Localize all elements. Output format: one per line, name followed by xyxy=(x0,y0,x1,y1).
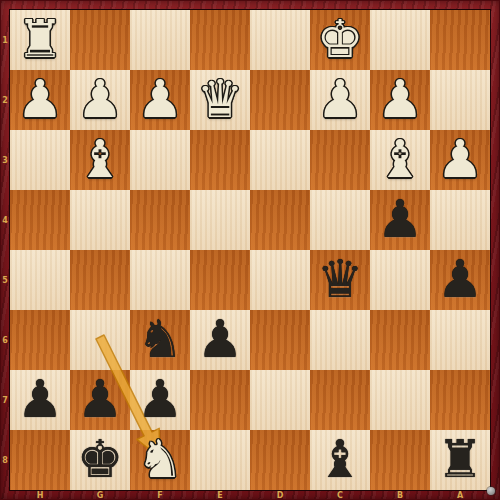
white-pawn[interactable]: ♟ xyxy=(310,70,370,130)
square-a2[interactable] xyxy=(430,70,490,130)
square-e8[interactable] xyxy=(190,430,250,490)
white-knight[interactable]: ♞ xyxy=(130,430,190,490)
square-b6[interactable] xyxy=(370,310,430,370)
black-king[interactable]: ♚ xyxy=(70,430,130,490)
square-e5[interactable] xyxy=(190,250,250,310)
square-d6[interactable] xyxy=(250,310,310,370)
white-pawn[interactable]: ♟ xyxy=(430,130,490,190)
square-b2[interactable]: ♟ xyxy=(370,70,430,130)
square-c4[interactable] xyxy=(310,190,370,250)
square-c2[interactable]: ♟ xyxy=(310,70,370,130)
square-b3[interactable]: ♝ xyxy=(370,130,430,190)
square-e6[interactable]: ♟ xyxy=(190,310,250,370)
square-h6[interactable] xyxy=(10,310,70,370)
square-d3[interactable] xyxy=(250,130,310,190)
square-a6[interactable] xyxy=(430,310,490,370)
square-a8[interactable]: ♜ xyxy=(430,430,490,490)
rank-label-3: 3 xyxy=(0,130,10,190)
square-g7[interactable]: ♟ xyxy=(70,370,130,430)
black-pawn[interactable]: ♟ xyxy=(430,250,490,310)
square-a1[interactable] xyxy=(430,10,490,70)
square-c6[interactable] xyxy=(310,310,370,370)
square-c1[interactable]: ♚ xyxy=(310,10,370,70)
square-g2[interactable]: ♟ xyxy=(70,70,130,130)
square-b8[interactable] xyxy=(370,430,430,490)
black-pawn[interactable]: ♟ xyxy=(10,370,70,430)
white-pawn[interactable]: ♟ xyxy=(130,70,190,130)
square-f3[interactable] xyxy=(130,130,190,190)
square-f2[interactable]: ♟ xyxy=(130,70,190,130)
square-d2[interactable] xyxy=(250,70,310,130)
black-pawn[interactable]: ♟ xyxy=(190,310,250,370)
black-pawn[interactable]: ♟ xyxy=(130,370,190,430)
black-rook[interactable]: ♜ xyxy=(430,430,490,490)
square-b4[interactable]: ♟ xyxy=(370,190,430,250)
square-a7[interactable] xyxy=(430,370,490,430)
black-pawn[interactable]: ♟ xyxy=(70,370,130,430)
square-d8[interactable] xyxy=(250,430,310,490)
square-e3[interactable] xyxy=(190,130,250,190)
white-pawn[interactable]: ♟ xyxy=(10,70,70,130)
rank-label-6: 6 xyxy=(0,310,10,370)
black-pawn[interactable]: ♟ xyxy=(370,190,430,250)
file-label-h: H xyxy=(10,490,70,500)
square-h2[interactable]: ♟ xyxy=(10,70,70,130)
file-label-a: A xyxy=(430,490,490,500)
square-d5[interactable] xyxy=(250,250,310,310)
square-e7[interactable] xyxy=(190,370,250,430)
white-king[interactable]: ♚ xyxy=(310,10,370,70)
rank-label-1: 1 xyxy=(0,10,10,70)
square-b7[interactable] xyxy=(370,370,430,430)
chess-app: ♜♚♟♟♟♛♟♟♝♝♟♟♛♟♞♟♟♟♟♚♞♝♜ 12345678HGFEDCBA xyxy=(0,0,500,500)
square-b5[interactable] xyxy=(370,250,430,310)
square-g1[interactable] xyxy=(70,10,130,70)
square-c7[interactable] xyxy=(310,370,370,430)
rank-label-2: 2 xyxy=(0,70,10,130)
square-c3[interactable] xyxy=(310,130,370,190)
file-label-c: C xyxy=(310,490,370,500)
file-label-e: E xyxy=(190,490,250,500)
white-queen[interactable]: ♛ xyxy=(190,70,250,130)
square-h5[interactable] xyxy=(10,250,70,310)
square-c8[interactable]: ♝ xyxy=(310,430,370,490)
square-h3[interactable] xyxy=(10,130,70,190)
square-g6[interactable] xyxy=(70,310,130,370)
square-f6[interactable]: ♞ xyxy=(130,310,190,370)
white-pawn[interactable]: ♟ xyxy=(370,70,430,130)
square-g3[interactable]: ♝ xyxy=(70,130,130,190)
square-g4[interactable] xyxy=(70,190,130,250)
file-label-d: D xyxy=(250,490,310,500)
square-e1[interactable] xyxy=(190,10,250,70)
square-g8[interactable]: ♚ xyxy=(70,430,130,490)
square-g5[interactable] xyxy=(70,250,130,310)
white-bishop[interactable]: ♝ xyxy=(70,130,130,190)
rank-label-7: 7 xyxy=(0,370,10,430)
square-f7[interactable]: ♟ xyxy=(130,370,190,430)
file-label-f: F xyxy=(130,490,190,500)
black-knight[interactable]: ♞ xyxy=(130,310,190,370)
square-e2[interactable]: ♛ xyxy=(190,70,250,130)
black-bishop[interactable]: ♝ xyxy=(310,430,370,490)
square-h4[interactable] xyxy=(10,190,70,250)
square-f5[interactable] xyxy=(130,250,190,310)
square-h8[interactable] xyxy=(10,430,70,490)
square-e4[interactable] xyxy=(190,190,250,250)
rank-label-4: 4 xyxy=(0,190,10,250)
rank-label-8: 8 xyxy=(0,430,10,490)
square-a3[interactable]: ♟ xyxy=(430,130,490,190)
square-f8[interactable]: ♞ xyxy=(130,430,190,490)
square-d1[interactable] xyxy=(250,10,310,70)
square-a5[interactable]: ♟ xyxy=(430,250,490,310)
square-a4[interactable] xyxy=(430,190,490,250)
square-h7[interactable]: ♟ xyxy=(10,370,70,430)
black-queen[interactable]: ♛ xyxy=(310,250,370,310)
square-h1[interactable]: ♜ xyxy=(10,10,70,70)
file-label-b: B xyxy=(370,490,430,500)
square-b1[interactable] xyxy=(370,10,430,70)
white-rook[interactable]: ♜ xyxy=(10,10,70,70)
white-pawn[interactable]: ♟ xyxy=(70,70,130,130)
square-f4[interactable] xyxy=(130,190,190,250)
rank-label-5: 5 xyxy=(0,250,10,310)
square-f1[interactable] xyxy=(130,10,190,70)
file-label-g: G xyxy=(70,490,130,500)
square-d7[interactable] xyxy=(250,370,310,430)
white-bishop[interactable]: ♝ xyxy=(370,130,430,190)
chess-board: ♜♚♟♟♟♛♟♟♝♝♟♟♛♟♞♟♟♟♟♚♞♝♜ xyxy=(10,10,490,490)
square-d4[interactable] xyxy=(250,190,310,250)
square-c5[interactable]: ♛ xyxy=(310,250,370,310)
